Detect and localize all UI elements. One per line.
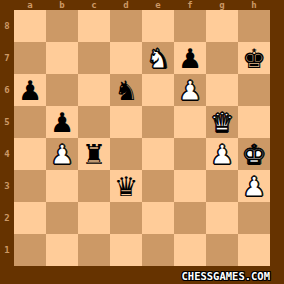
square-a7[interactable] bbox=[14, 42, 46, 74]
piece-black-knight[interactable]: ♞ bbox=[114, 77, 138, 104]
piece-white-queen[interactable]: ♛ bbox=[210, 109, 234, 136]
piece-white-pawn[interactable]: ♟ bbox=[242, 173, 266, 200]
file-label-g: g bbox=[206, 0, 238, 10]
square-d1[interactable] bbox=[110, 234, 142, 266]
square-h2[interactable] bbox=[238, 202, 270, 234]
rank-label-3: 3 bbox=[0, 170, 14, 202]
square-e3[interactable] bbox=[142, 170, 174, 202]
piece-black-pawn[interactable]: ♟ bbox=[18, 77, 42, 104]
rank-label-2: 2 bbox=[0, 202, 14, 234]
square-a4[interactable] bbox=[14, 138, 46, 170]
square-g4[interactable]: ♟ bbox=[206, 138, 238, 170]
square-d4[interactable] bbox=[110, 138, 142, 170]
square-a3[interactable] bbox=[14, 170, 46, 202]
file-label-e: e bbox=[142, 0, 174, 10]
square-b3[interactable] bbox=[46, 170, 78, 202]
square-b8[interactable] bbox=[46, 10, 78, 42]
file-labels: abcdefgh bbox=[14, 0, 270, 10]
file-label-b: b bbox=[46, 0, 78, 10]
square-c1[interactable] bbox=[78, 234, 110, 266]
square-f8[interactable] bbox=[174, 10, 206, 42]
square-c5[interactable] bbox=[78, 106, 110, 138]
rank-label-8: 8 bbox=[0, 10, 14, 42]
square-b2[interactable] bbox=[46, 202, 78, 234]
square-f7[interactable]: ♟ bbox=[174, 42, 206, 74]
square-e4[interactable] bbox=[142, 138, 174, 170]
square-e8[interactable] bbox=[142, 10, 174, 42]
piece-black-rook[interactable]: ♜ bbox=[82, 141, 106, 168]
square-h7[interactable]: ♚ bbox=[238, 42, 270, 74]
site-watermark: CHESSGAMES.COM bbox=[181, 270, 270, 282]
square-g8[interactable] bbox=[206, 10, 238, 42]
piece-white-knight[interactable]: ♞ bbox=[146, 45, 170, 72]
square-e1[interactable] bbox=[142, 234, 174, 266]
square-d2[interactable] bbox=[110, 202, 142, 234]
piece-black-queen[interactable]: ♛ bbox=[114, 173, 138, 200]
square-f3[interactable] bbox=[174, 170, 206, 202]
chess-board: ♞♟♚♟♞♟♟♛♟♜♟♚♛♟ bbox=[14, 10, 270, 266]
rank-label-7: 7 bbox=[0, 42, 14, 74]
square-h3[interactable]: ♟ bbox=[238, 170, 270, 202]
square-c7[interactable] bbox=[78, 42, 110, 74]
square-f4[interactable] bbox=[174, 138, 206, 170]
square-h8[interactable] bbox=[238, 10, 270, 42]
square-c6[interactable] bbox=[78, 74, 110, 106]
square-e6[interactable] bbox=[142, 74, 174, 106]
board-frame: abcdefgh 87654321 ♞♟♚♟♞♟♟♛♟♜♟♚♛♟ CHESSGA… bbox=[0, 0, 284, 284]
file-label-a: a bbox=[14, 0, 46, 10]
square-h4[interactable]: ♚ bbox=[238, 138, 270, 170]
square-g7[interactable] bbox=[206, 42, 238, 74]
square-g3[interactable] bbox=[206, 170, 238, 202]
square-c3[interactable] bbox=[78, 170, 110, 202]
square-h1[interactable] bbox=[238, 234, 270, 266]
square-b5[interactable]: ♟ bbox=[46, 106, 78, 138]
square-b1[interactable] bbox=[46, 234, 78, 266]
square-h5[interactable] bbox=[238, 106, 270, 138]
square-g1[interactable] bbox=[206, 234, 238, 266]
square-e5[interactable] bbox=[142, 106, 174, 138]
square-a6[interactable]: ♟ bbox=[14, 74, 46, 106]
square-h6[interactable] bbox=[238, 74, 270, 106]
square-f6[interactable]: ♟ bbox=[174, 74, 206, 106]
square-d8[interactable] bbox=[110, 10, 142, 42]
square-c8[interactable] bbox=[78, 10, 110, 42]
piece-white-pawn[interactable]: ♟ bbox=[50, 141, 74, 168]
piece-black-king[interactable]: ♚ bbox=[242, 45, 266, 72]
square-e2[interactable] bbox=[142, 202, 174, 234]
square-d3[interactable]: ♛ bbox=[110, 170, 142, 202]
square-e7[interactable]: ♞ bbox=[142, 42, 174, 74]
square-b7[interactable] bbox=[46, 42, 78, 74]
piece-white-pawn[interactable]: ♟ bbox=[210, 141, 234, 168]
square-f1[interactable] bbox=[174, 234, 206, 266]
square-c2[interactable] bbox=[78, 202, 110, 234]
piece-black-pawn[interactable]: ♟ bbox=[50, 109, 74, 136]
piece-white-pawn[interactable]: ♟ bbox=[178, 77, 202, 104]
square-d7[interactable] bbox=[110, 42, 142, 74]
square-a2[interactable] bbox=[14, 202, 46, 234]
rank-labels: 87654321 bbox=[0, 10, 14, 266]
square-a1[interactable] bbox=[14, 234, 46, 266]
square-d5[interactable] bbox=[110, 106, 142, 138]
square-b6[interactable] bbox=[46, 74, 78, 106]
rank-label-4: 4 bbox=[0, 138, 14, 170]
square-b4[interactable]: ♟ bbox=[46, 138, 78, 170]
square-f5[interactable] bbox=[174, 106, 206, 138]
square-g5[interactable]: ♛ bbox=[206, 106, 238, 138]
square-a8[interactable] bbox=[14, 10, 46, 42]
square-g6[interactable] bbox=[206, 74, 238, 106]
rank-label-1: 1 bbox=[0, 234, 14, 266]
rank-label-5: 5 bbox=[0, 106, 14, 138]
file-label-d: d bbox=[110, 0, 142, 10]
square-a5[interactable] bbox=[14, 106, 46, 138]
rank-label-6: 6 bbox=[0, 74, 14, 106]
square-g2[interactable] bbox=[206, 202, 238, 234]
piece-white-king[interactable]: ♚ bbox=[242, 141, 266, 168]
piece-black-pawn[interactable]: ♟ bbox=[178, 45, 202, 72]
file-label-h: h bbox=[238, 0, 270, 10]
file-label-c: c bbox=[78, 0, 110, 10]
square-f2[interactable] bbox=[174, 202, 206, 234]
square-c4[interactable]: ♜ bbox=[78, 138, 110, 170]
file-label-f: f bbox=[174, 0, 206, 10]
square-d6[interactable]: ♞ bbox=[110, 74, 142, 106]
